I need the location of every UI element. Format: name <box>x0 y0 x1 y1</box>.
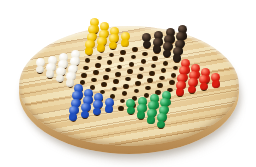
peg-green[interactable] <box>136 104 146 119</box>
peg-black[interactable] <box>162 42 172 57</box>
peg-body <box>46 70 54 78</box>
peg-yellow[interactable] <box>108 34 118 49</box>
board-hole[interactable] <box>81 73 87 78</box>
peg-body <box>85 47 93 55</box>
peg-body <box>188 86 196 94</box>
board-hole[interactable] <box>169 80 175 85</box>
peg-body <box>109 42 117 50</box>
peg-body <box>176 88 184 96</box>
peg-blue[interactable] <box>92 100 102 115</box>
peg-body <box>56 75 64 83</box>
peg-blue[interactable] <box>80 103 90 118</box>
peg-red[interactable] <box>187 78 197 93</box>
peg-black[interactable] <box>152 38 162 53</box>
peg-yellow[interactable] <box>96 37 106 52</box>
board-hole[interactable] <box>141 59 147 64</box>
board-hole[interactable] <box>157 83 163 88</box>
peg-red[interactable] <box>211 73 221 88</box>
photo-stage <box>0 0 256 167</box>
peg-body <box>36 66 44 74</box>
peg-white[interactable] <box>35 58 45 73</box>
board-hole[interactable] <box>83 66 89 71</box>
board-hole[interactable] <box>95 63 101 68</box>
board-hole[interactable] <box>122 91 128 96</box>
board-hole[interactable] <box>113 79 119 84</box>
peg-black[interactable] <box>142 33 152 48</box>
board-hole[interactable] <box>103 75 109 80</box>
board-hole[interactable] <box>107 60 113 65</box>
board-hole[interactable] <box>129 62 135 67</box>
board-hole[interactable] <box>105 68 111 73</box>
peg-white[interactable] <box>55 67 65 82</box>
peg-body <box>212 80 220 88</box>
board-hole[interactable] <box>123 84 129 89</box>
board-hole[interactable] <box>149 71 155 76</box>
board-hole[interactable] <box>125 77 131 82</box>
peg-body <box>105 105 113 113</box>
board-hole[interactable] <box>118 106 124 111</box>
board-hole[interactable] <box>147 78 153 83</box>
board-hole[interactable] <box>135 81 141 86</box>
board-hole[interactable] <box>115 72 121 77</box>
board-hole[interactable] <box>159 76 165 81</box>
peg-body <box>127 107 135 115</box>
board-hole[interactable] <box>120 50 126 55</box>
peg-body <box>93 108 101 116</box>
peg-green[interactable] <box>126 99 136 114</box>
peg-body <box>157 121 165 129</box>
board-hole[interactable] <box>137 74 143 79</box>
peg-body <box>121 39 129 47</box>
board-hole[interactable] <box>163 61 169 66</box>
peg-yellow[interactable] <box>120 32 130 47</box>
peg-yellow[interactable] <box>84 40 94 55</box>
peg-green[interactable] <box>146 109 156 124</box>
peg-blue[interactable] <box>104 98 114 113</box>
peg-body <box>97 44 105 52</box>
peg-body <box>200 83 208 91</box>
board-hole[interactable] <box>101 82 107 87</box>
peg-body <box>147 116 155 124</box>
peg-red[interactable] <box>199 75 209 90</box>
peg-red[interactable] <box>175 81 185 96</box>
peg-body <box>143 41 151 49</box>
peg-body <box>137 111 145 119</box>
board-hole[interactable] <box>93 70 99 75</box>
peg-body <box>69 113 77 121</box>
board-hole[interactable] <box>127 69 133 74</box>
board-hole[interactable] <box>171 73 177 78</box>
peg-green[interactable] <box>156 113 166 128</box>
peg-blue[interactable] <box>68 106 78 121</box>
peg-body <box>163 50 171 58</box>
peg-body <box>153 45 161 53</box>
board-hole[interactable] <box>132 47 138 52</box>
peg-white[interactable] <box>45 63 55 78</box>
peg-body <box>81 111 89 119</box>
